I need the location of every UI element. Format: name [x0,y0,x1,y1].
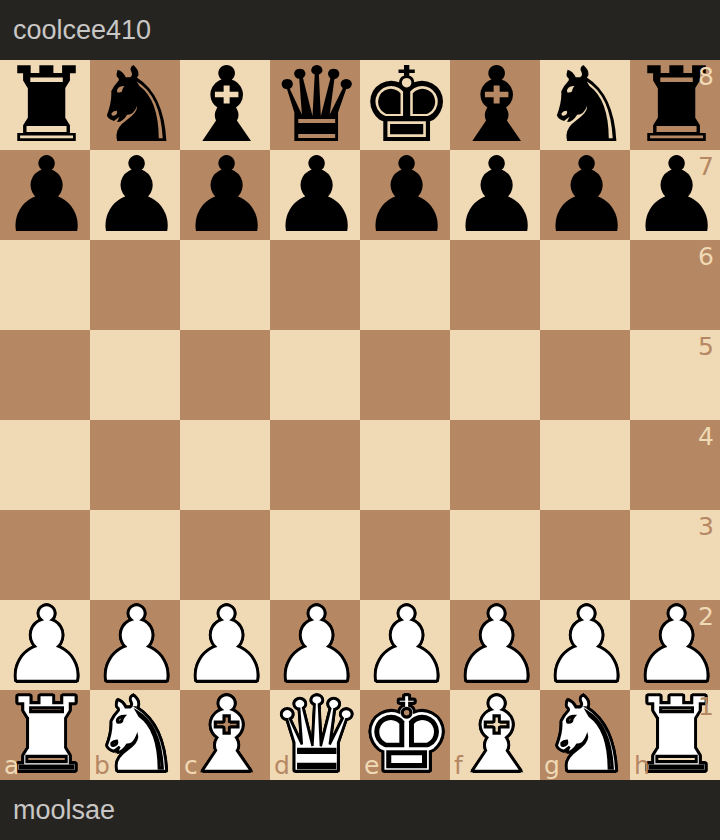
square-g1[interactable]: ♞g [540,690,630,780]
piece-white-rook[interactable]: ♜ [630,674,720,796]
square-e7[interactable]: ♟ [360,150,450,240]
square-h7[interactable]: ♟7 [630,150,720,240]
piece-black-pawn[interactable]: ♟ [90,134,183,256]
coordinate-rank-6: 6 [698,244,714,269]
player-name: moolsae [13,795,115,826]
square-b5[interactable] [90,330,180,420]
square-b6[interactable] [90,240,180,330]
opponent-name: coolcee410 [13,15,151,46]
square-h4[interactable]: 4 [630,420,720,510]
square-b7[interactable]: ♟ [90,150,180,240]
square-g4[interactable] [540,420,630,510]
square-b4[interactable] [90,420,180,510]
coordinate-rank-3: 3 [698,514,714,539]
piece-white-knight[interactable]: ♞ [540,674,633,796]
piece-white-king[interactable]: ♚ [360,674,453,796]
square-c6[interactable] [180,240,270,330]
piece-black-pawn[interactable]: ♟ [450,134,543,256]
chess-board: ♜♞♝♛♚♝♞♜8♟♟♟♟♟♟♟♟76543♟♟♟♟♟♟♟♟2♜a♞b♝c♛d♚… [0,60,720,780]
piece-white-bishop[interactable]: ♝ [180,674,273,796]
piece-black-pawn[interactable]: ♟ [360,134,453,256]
square-d6[interactable] [270,240,360,330]
piece-black-pawn[interactable]: ♟ [540,134,633,256]
square-c1[interactable]: ♝c [180,690,270,780]
square-e6[interactable] [360,240,450,330]
square-g7[interactable]: ♟ [540,150,630,240]
square-f4[interactable] [450,420,540,510]
square-e4[interactable] [360,420,450,510]
piece-white-bishop[interactable]: ♝ [450,674,543,796]
square-a7[interactable]: ♟ [0,150,90,240]
square-c4[interactable] [180,420,270,510]
piece-black-pawn[interactable]: ♟ [0,134,93,256]
square-d5[interactable] [270,330,360,420]
piece-white-knight[interactable]: ♞ [90,674,183,796]
square-f7[interactable]: ♟ [450,150,540,240]
coordinate-rank-5: 5 [698,334,714,359]
piece-black-pawn[interactable]: ♟ [270,134,363,256]
square-a5[interactable] [0,330,90,420]
square-a6[interactable] [0,240,90,330]
square-g5[interactable] [540,330,630,420]
square-h5[interactable]: 5 [630,330,720,420]
piece-black-pawn[interactable]: ♟ [180,134,273,256]
square-e1[interactable]: ♚e [360,690,450,780]
square-d7[interactable]: ♟ [270,150,360,240]
square-e5[interactable] [360,330,450,420]
square-h6[interactable]: 6 [630,240,720,330]
piece-black-pawn[interactable]: ♟ [630,134,720,256]
square-a1[interactable]: ♜a [0,690,90,780]
square-a4[interactable] [0,420,90,510]
square-f6[interactable] [450,240,540,330]
square-d1[interactable]: ♛d [270,690,360,780]
chess-game-window: coolcee410 ♜♞♝♛♚♝♞♜8♟♟♟♟♟♟♟♟76543♟♟♟♟♟♟♟… [0,0,720,840]
square-c5[interactable] [180,330,270,420]
square-c7[interactable]: ♟ [180,150,270,240]
square-g6[interactable] [540,240,630,330]
piece-white-queen[interactable]: ♛ [270,674,363,796]
square-b1[interactable]: ♞b [90,690,180,780]
square-d4[interactable] [270,420,360,510]
square-f1[interactable]: ♝f [450,690,540,780]
square-f5[interactable] [450,330,540,420]
piece-white-rook[interactable]: ♜ [0,674,93,796]
square-h1[interactable]: ♜1h [630,690,720,780]
coordinate-rank-4: 4 [698,424,714,449]
